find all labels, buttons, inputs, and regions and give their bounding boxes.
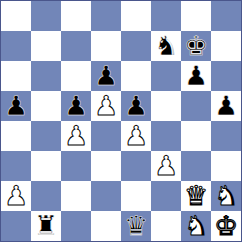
piece-black-pawn[interactable]: ♟ [214,92,238,119]
square-g4[interactable] [181,121,211,151]
square-h7[interactable] [211,31,241,61]
piece-black-queen[interactable]: ♛ [124,212,148,239]
piece-white-pawn[interactable]: ♟ [94,92,118,119]
square-c2[interactable] [61,181,91,211]
piece-white-pawn[interactable]: ♟ [64,122,88,149]
piece-white-pawn[interactable]: ♟ [4,182,28,209]
chess-board: ♞♚♟♟♟♟♟♟♟♟♟♟♟♛♞♜♛♞♚ [0,0,242,242]
square-a5[interactable]: ♟ [1,91,31,121]
piece-white-knight[interactable]: ♞ [184,212,208,239]
square-b5[interactable] [31,91,61,121]
square-g5[interactable] [181,91,211,121]
square-b8[interactable] [31,1,61,31]
square-e6[interactable] [121,61,151,91]
piece-white-queen[interactable]: ♛ [184,182,208,209]
square-e1[interactable]: ♛ [121,211,151,241]
piece-black-rook[interactable]: ♜ [34,212,58,239]
piece-black-knight[interactable]: ♞ [154,32,178,59]
piece-black-pawn[interactable]: ♟ [184,62,208,89]
square-a3[interactable] [1,151,31,181]
square-g2[interactable]: ♛ [181,181,211,211]
square-a4[interactable] [1,121,31,151]
square-d2[interactable] [91,181,121,211]
square-e3[interactable] [121,151,151,181]
square-e7[interactable] [121,31,151,61]
square-h1[interactable]: ♚ [211,211,241,241]
square-c3[interactable] [61,151,91,181]
square-h8[interactable] [211,1,241,31]
piece-white-king[interactable]: ♚ [214,212,238,239]
piece-black-pawn[interactable]: ♟ [64,92,88,119]
square-f6[interactable] [151,61,181,91]
square-d1[interactable] [91,211,121,241]
square-g1[interactable]: ♞ [181,211,211,241]
piece-black-pawn[interactable]: ♟ [124,92,148,119]
square-c1[interactable] [61,211,91,241]
square-f4[interactable] [151,121,181,151]
piece-white-pawn[interactable]: ♟ [154,152,178,179]
piece-white-pawn[interactable]: ♟ [124,122,148,149]
square-h5[interactable]: ♟ [211,91,241,121]
square-d7[interactable] [91,31,121,61]
square-e5[interactable]: ♟ [121,91,151,121]
square-d4[interactable] [91,121,121,151]
square-b2[interactable] [31,181,61,211]
square-e4[interactable]: ♟ [121,121,151,151]
square-d8[interactable] [91,1,121,31]
square-f1[interactable] [151,211,181,241]
square-c5[interactable]: ♟ [61,91,91,121]
square-g6[interactable]: ♟ [181,61,211,91]
square-h3[interactable] [211,151,241,181]
square-h4[interactable] [211,121,241,151]
square-f3[interactable]: ♟ [151,151,181,181]
square-a2[interactable]: ♟ [1,181,31,211]
square-g3[interactable] [181,151,211,181]
square-f7[interactable]: ♞ [151,31,181,61]
square-b7[interactable] [31,31,61,61]
square-f2[interactable] [151,181,181,211]
square-f8[interactable] [151,1,181,31]
square-e2[interactable] [121,181,151,211]
square-a1[interactable] [1,211,31,241]
square-e8[interactable] [121,1,151,31]
square-b4[interactable] [31,121,61,151]
square-c4[interactable]: ♟ [61,121,91,151]
piece-black-king[interactable]: ♚ [184,32,208,59]
piece-black-pawn[interactable]: ♟ [94,62,118,89]
square-b3[interactable] [31,151,61,181]
square-c8[interactable] [61,1,91,31]
piece-black-pawn[interactable]: ♟ [4,92,28,119]
square-b6[interactable] [31,61,61,91]
square-c7[interactable] [61,31,91,61]
square-a7[interactable] [1,31,31,61]
square-a8[interactable] [1,1,31,31]
square-d5[interactable]: ♟ [91,91,121,121]
square-d6[interactable]: ♟ [91,61,121,91]
square-g8[interactable] [181,1,211,31]
square-d3[interactable] [91,151,121,181]
piece-white-knight[interactable]: ♞ [214,182,238,209]
square-h6[interactable] [211,61,241,91]
square-a6[interactable] [1,61,31,91]
square-f5[interactable] [151,91,181,121]
square-g7[interactable]: ♚ [181,31,211,61]
square-b1[interactable]: ♜ [31,211,61,241]
square-h2[interactable]: ♞ [211,181,241,211]
square-c6[interactable] [61,61,91,91]
